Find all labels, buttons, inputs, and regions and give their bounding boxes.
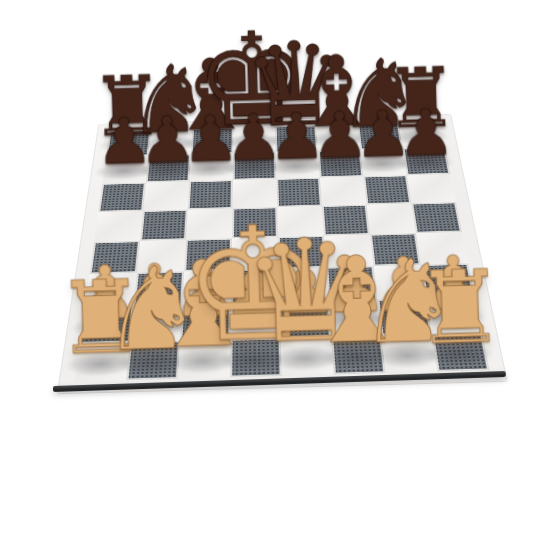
square-h6[interactable] xyxy=(407,174,456,203)
square-a5[interactable] xyxy=(94,211,143,242)
square-h1[interactable]: ♜ xyxy=(432,332,490,371)
square-g5[interactable] xyxy=(367,203,416,234)
chess-board: ♜♞♝♚♛♝♞♜♟♟♟♟♟♟♟♟♟♟♟♟♟♟♟♟♜♞♝♚♛♝♞♜ xyxy=(58,115,507,394)
square-a6[interactable] xyxy=(98,182,146,212)
photo-stage: ♜♞♝♚♛♝♞♜♟♟♟♟♟♟♟♟♟♟♟♟♟♟♟♟♜♞♝♚♛♝♞♜ xyxy=(0,0,533,533)
square-f6[interactable] xyxy=(320,176,367,205)
board-grid: ♜♞♝♚♛♝♞♜♟♟♟♟♟♟♟♟♟♟♟♟♟♟♟♟♜♞♝♚♛♝♞♜ xyxy=(74,122,489,382)
square-g6[interactable] xyxy=(363,175,411,204)
piece-white-rook[interactable]: ♜ xyxy=(413,256,506,359)
piece-black-pawn[interactable]: ♟ xyxy=(397,101,456,166)
square-h5[interactable] xyxy=(411,202,462,233)
square-h7[interactable]: ♟ xyxy=(403,147,451,175)
